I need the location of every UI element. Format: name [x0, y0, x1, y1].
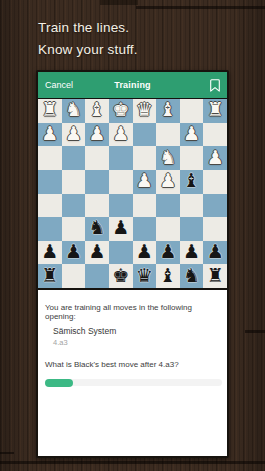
white-pawn-icon: ♟	[207, 148, 224, 167]
square-d7[interactable]: ♟	[133, 241, 157, 265]
progress-bar-track	[45, 379, 222, 386]
white-queen-icon: ♛	[136, 100, 153, 119]
white-pawn-icon: ♟	[89, 124, 106, 143]
navigation-bar: Cancel Training	[38, 72, 227, 99]
square-c3[interactable]: ♞	[156, 146, 180, 170]
square-b4[interactable]: ♝	[180, 170, 204, 194]
white-pawn-icon: ♟	[183, 124, 200, 143]
wood-plank-seam	[100, 0, 138, 5]
marketing-tagline: Train the lines. Know your stuff.	[38, 17, 138, 61]
square-d2[interactable]	[133, 123, 157, 147]
square-g6[interactable]	[62, 217, 86, 241]
square-b8[interactable]: ♞	[180, 264, 204, 288]
wood-plank-seam	[0, 452, 14, 454]
black-pawn-icon: ♟	[207, 242, 224, 261]
square-d8[interactable]: ♛	[133, 264, 157, 288]
square-d3[interactable]	[133, 146, 157, 170]
square-g4[interactable]	[62, 170, 86, 194]
square-e3[interactable]	[109, 146, 133, 170]
black-queen-icon: ♛	[136, 266, 153, 285]
white-king-icon: ♚	[112, 100, 129, 119]
square-b1[interactable]	[180, 99, 204, 123]
training-intro-text: You are training all moves in the follow…	[45, 303, 220, 321]
cancel-button[interactable]: Cancel	[45, 80, 73, 90]
white-bishop-icon: ♝	[89, 100, 106, 119]
black-pawn-icon: ♟	[183, 242, 200, 261]
square-a3[interactable]: ♟	[203, 146, 227, 170]
square-b2[interactable]: ♟	[180, 123, 204, 147]
app-store-screenshot: Train the lines. Know your stuff. Cancel…	[0, 0, 265, 471]
white-pawn-icon: ♟	[159, 171, 176, 190]
square-c8[interactable]: ♝	[156, 264, 180, 288]
square-f2[interactable]: ♟	[85, 123, 109, 147]
square-a8[interactable]: ♜	[203, 264, 227, 288]
white-pawn-icon: ♟	[41, 124, 58, 143]
square-f3[interactable]	[85, 146, 109, 170]
square-e1[interactable]: ♚	[109, 99, 133, 123]
square-a4[interactable]	[203, 170, 227, 194]
square-g3[interactable]	[62, 146, 86, 170]
square-c7[interactable]: ♟	[156, 241, 180, 265]
square-d5[interactable]	[133, 194, 157, 218]
progress-bar-fill	[45, 379, 73, 387]
wood-plank-seam	[0, 461, 265, 464]
black-pawn-icon: ♟	[41, 242, 58, 261]
black-bishop-icon: ♝	[159, 266, 176, 285]
square-c1[interactable]: ♝	[156, 99, 180, 123]
square-f1[interactable]: ♝	[85, 99, 109, 123]
square-f7[interactable]: ♟	[85, 241, 109, 265]
training-question: What is Black's best move after 4.a3?	[45, 360, 220, 369]
black-knight-icon: ♞	[89, 218, 106, 237]
tagline-line1: Train the lines.	[38, 17, 138, 39]
square-g2[interactable]: ♟	[62, 123, 86, 147]
white-knight-icon: ♞	[65, 100, 82, 119]
phone-app-frame: Cancel Training ♜♞♝♚♛♝♜♟♟♟♟♟♞♟♟♟♝♞♟♟♟♟♟♟…	[36, 70, 229, 458]
square-e4[interactable]	[109, 170, 133, 194]
square-h8[interactable]: ♜	[38, 264, 62, 288]
square-c5[interactable]	[156, 194, 180, 218]
wood-plank-seam	[136, 6, 265, 9]
square-a7[interactable]: ♟	[203, 241, 227, 265]
black-pawn-icon: ♟	[159, 242, 176, 261]
white-knight-icon: ♞	[159, 148, 176, 167]
training-panel: You are training all moves in the follow…	[38, 290, 227, 456]
square-e7[interactable]	[109, 241, 133, 265]
square-f8[interactable]	[85, 264, 109, 288]
opening-name: Sämisch System	[53, 326, 220, 336]
chess-board[interactable]: ♜♞♝♚♛♝♜♟♟♟♟♟♞♟♟♟♝♞♟♟♟♟♟♟♟♟♜♚♛♝♞♜	[38, 99, 227, 290]
square-f4[interactable]	[85, 170, 109, 194]
square-g1[interactable]: ♞	[62, 99, 86, 123]
square-d4[interactable]: ♟	[133, 170, 157, 194]
black-pawn-icon: ♟	[65, 242, 82, 261]
black-pawn-icon: ♟	[89, 242, 106, 261]
white-pawn-icon: ♟	[112, 124, 129, 143]
square-h1[interactable]: ♜	[38, 99, 62, 123]
square-e8[interactable]: ♚	[109, 264, 133, 288]
square-g8[interactable]	[62, 264, 86, 288]
square-h7[interactable]: ♟	[38, 241, 62, 265]
white-pawn-icon: ♟	[65, 124, 82, 143]
black-knight-icon: ♞	[183, 266, 200, 285]
square-h6[interactable]	[38, 217, 62, 241]
wood-plank-seam	[245, 330, 265, 333]
bookmark-icon[interactable]	[210, 79, 220, 92]
square-f5[interactable]	[85, 194, 109, 218]
opening-move-list: 4.a3	[53, 338, 220, 347]
square-d1[interactable]: ♛	[133, 99, 157, 123]
square-a2[interactable]	[203, 123, 227, 147]
white-pawn-icon: ♟	[136, 171, 153, 190]
square-h2[interactable]: ♟	[38, 123, 62, 147]
square-b7[interactable]: ♟	[180, 241, 204, 265]
square-g5[interactable]	[62, 194, 86, 218]
square-h4[interactable]	[38, 170, 62, 194]
square-f6[interactable]: ♞	[85, 217, 109, 241]
black-pawn-icon: ♟	[112, 218, 129, 237]
square-b6[interactable]	[180, 217, 204, 241]
square-c4[interactable]: ♟	[156, 170, 180, 194]
black-pawn-icon: ♟	[136, 242, 153, 261]
white-rook-icon: ♜	[41, 100, 58, 119]
square-a6[interactable]	[203, 217, 227, 241]
white-bishop-icon: ♝	[159, 100, 176, 119]
black-bishop-icon: ♝	[183, 171, 200, 190]
square-e2[interactable]: ♟	[109, 123, 133, 147]
square-a1[interactable]: ♜	[203, 99, 227, 123]
black-rook-icon: ♜	[41, 266, 58, 285]
black-king-icon: ♚	[112, 266, 129, 285]
square-d6[interactable]	[133, 217, 157, 241]
black-rook-icon: ♜	[207, 266, 224, 285]
square-h3[interactable]	[38, 146, 62, 170]
square-h5[interactable]	[38, 194, 62, 218]
square-c6[interactable]	[156, 217, 180, 241]
square-g7[interactable]: ♟	[62, 241, 86, 265]
square-b3[interactable]	[180, 146, 204, 170]
square-b5[interactable]	[180, 194, 204, 218]
square-e6[interactable]: ♟	[109, 217, 133, 241]
tagline-line2: Know your stuff.	[38, 39, 138, 61]
white-rook-icon: ♜	[207, 100, 224, 119]
square-c2[interactable]	[156, 123, 180, 147]
square-e5[interactable]	[109, 194, 133, 218]
square-a5[interactable]	[203, 194, 227, 218]
